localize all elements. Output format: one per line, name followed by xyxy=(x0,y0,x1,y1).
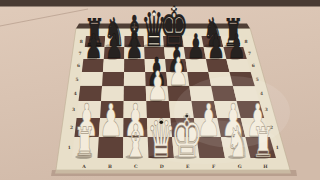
file-label-b: B xyxy=(108,164,112,169)
black-pawn-glyph: ♟ xyxy=(125,27,143,67)
piece-black-pawn-b7: ♟ xyxy=(105,27,123,67)
white-pawn-glyph: ♟ xyxy=(168,49,189,94)
white-queen-finial xyxy=(159,120,163,124)
rank-label-left-7: 7 xyxy=(79,51,82,56)
piece-black-pawn-h7: ♟ xyxy=(227,27,245,67)
black-pawn-glyph: ♟ xyxy=(207,27,225,67)
square-c5 xyxy=(124,72,146,86)
white-pawn-glyph: ♟ xyxy=(147,63,169,110)
piece-black-pawn-f7: ♟ xyxy=(187,27,205,67)
square-b5 xyxy=(102,72,124,86)
piece-black-pawn-g7: ♟ xyxy=(207,27,225,67)
black-pawn-glyph: ♟ xyxy=(227,27,245,67)
piece-black-pawn-a7: ♟ xyxy=(84,27,102,67)
piece-white-pawn-d4: ♟ xyxy=(147,63,169,110)
piece-white-rook-a1: ♜ xyxy=(74,118,96,167)
rank-label-left-8: 8 xyxy=(80,39,83,44)
black-pawn-glyph: ♟ xyxy=(187,27,205,67)
white-rook-glyph: ♜ xyxy=(74,118,96,167)
rank-label-right-1: 1 xyxy=(276,145,279,150)
black-pawn-glyph: ♟ xyxy=(105,27,123,67)
black-pawn-glyph: ♟ xyxy=(84,27,102,67)
rank-label-left-2: 2 xyxy=(70,125,73,130)
rank-label-right-6: 6 xyxy=(252,63,255,68)
piece-black-pawn-c7: ♟ xyxy=(125,27,143,67)
black-queen-finial xyxy=(152,12,156,16)
rank-label-left-6: 6 xyxy=(77,63,80,68)
rank-label-right-7: 7 xyxy=(248,51,251,56)
rank-label-left-1: 1 xyxy=(68,145,71,150)
black-king-finial xyxy=(172,7,175,10)
white-pawn-glyph: ♟ xyxy=(99,94,123,147)
chessboard-photo: ABCDEFGH1122334455667788♜♞♚♛♝♞♜♟♟♟♟♟♟♟♟♟… xyxy=(0,0,320,180)
piece-white-pawn-e5: ♟ xyxy=(168,49,189,94)
square-a5 xyxy=(80,72,103,86)
piece-white-pawn-b2: ♟ xyxy=(99,94,123,147)
glare-highlight-2 xyxy=(133,120,277,164)
rank-label-left-5: 5 xyxy=(76,77,79,82)
photo-frame: ABCDEFGH1122334455667788♜♞♚♛♝♞♜♟♟♟♟♟♟♟♟♟… xyxy=(0,0,320,180)
